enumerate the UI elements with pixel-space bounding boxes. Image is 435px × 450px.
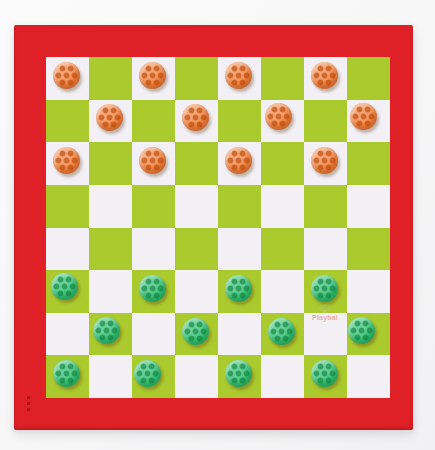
square-r2c5[interactable] <box>218 100 261 143</box>
square-r8c3[interactable] <box>132 355 175 398</box>
square-r3c1[interactable] <box>46 142 89 185</box>
green-piece[interactable] <box>139 275 166 302</box>
square-r7c2[interactable] <box>89 313 132 356</box>
green-piece[interactable] <box>311 275 338 302</box>
square-r1c6[interactable] <box>261 57 304 100</box>
square-r4c6[interactable] <box>261 185 304 228</box>
board-photo: Playbal <box>0 0 435 450</box>
square-r4c3[interactable] <box>132 185 175 228</box>
green-piece[interactable] <box>225 275 252 302</box>
square-r3c3[interactable] <box>132 142 175 185</box>
square-r1c8[interactable] <box>347 57 390 100</box>
orange-piece[interactable] <box>139 147 166 174</box>
square-r6c6[interactable] <box>261 270 304 313</box>
orange-piece[interactable] <box>350 103 377 130</box>
square-r1c1[interactable] <box>46 57 89 100</box>
square-r5c7[interactable] <box>304 228 347 271</box>
square-r4c5[interactable] <box>218 185 261 228</box>
square-r4c4[interactable] <box>175 185 218 228</box>
orange-piece[interactable] <box>225 147 252 174</box>
square-r1c7[interactable] <box>304 57 347 100</box>
square-r8c2[interactable] <box>89 355 132 398</box>
square-r5c2[interactable] <box>89 228 132 271</box>
board <box>46 57 390 398</box>
square-r3c7[interactable] <box>304 142 347 185</box>
square-r3c8[interactable] <box>347 142 390 185</box>
green-piece[interactable] <box>53 360 80 387</box>
green-piece[interactable] <box>93 317 120 344</box>
green-piece[interactable] <box>225 360 252 387</box>
square-r7c5[interactable] <box>218 313 261 356</box>
square-r7c3[interactable] <box>132 313 175 356</box>
square-r6c2[interactable] <box>89 270 132 313</box>
square-r7c6[interactable] <box>261 313 304 356</box>
orange-piece[interactable] <box>311 147 338 174</box>
square-r7c8[interactable] <box>347 313 390 356</box>
orange-piece[interactable] <box>53 147 80 174</box>
square-r1c4[interactable] <box>175 57 218 100</box>
square-r2c7[interactable] <box>304 100 347 143</box>
square-r6c5[interactable] <box>218 270 261 313</box>
square-r4c2[interactable] <box>89 185 132 228</box>
orange-piece[interactable] <box>265 103 292 130</box>
green-piece[interactable] <box>311 360 338 387</box>
square-r5c6[interactable] <box>261 228 304 271</box>
square-r2c6[interactable] <box>261 100 304 143</box>
square-r2c1[interactable] <box>46 100 89 143</box>
orange-piece[interactable] <box>139 62 166 89</box>
square-r6c8[interactable] <box>347 270 390 313</box>
square-r4c1[interactable] <box>46 185 89 228</box>
square-r3c5[interactable] <box>218 142 261 185</box>
square-r8c8[interactable] <box>347 355 390 398</box>
square-r3c2[interactable] <box>89 142 132 185</box>
square-r7c7[interactable] <box>304 313 347 356</box>
square-r2c3[interactable] <box>132 100 175 143</box>
square-r4c7[interactable] <box>304 185 347 228</box>
square-r5c3[interactable] <box>132 228 175 271</box>
square-r7c4[interactable] <box>175 313 218 356</box>
frame-blemish <box>27 396 30 412</box>
green-piece[interactable] <box>51 273 78 300</box>
orange-piece[interactable] <box>96 104 123 131</box>
square-r7c1[interactable] <box>46 313 89 356</box>
square-r6c1[interactable] <box>46 270 89 313</box>
square-r5c5[interactable] <box>218 228 261 271</box>
square-r6c7[interactable] <box>304 270 347 313</box>
orange-piece[interactable] <box>53 62 80 89</box>
square-r5c8[interactable] <box>347 228 390 271</box>
square-r6c4[interactable] <box>175 270 218 313</box>
square-r4c8[interactable] <box>347 185 390 228</box>
square-r2c4[interactable] <box>175 100 218 143</box>
square-r1c5[interactable] <box>218 57 261 100</box>
green-piece[interactable] <box>134 360 161 387</box>
square-r2c2[interactable] <box>89 100 132 143</box>
green-piece[interactable] <box>182 318 209 345</box>
square-r6c3[interactable] <box>132 270 175 313</box>
square-r8c1[interactable] <box>46 355 89 398</box>
green-piece[interactable] <box>348 317 375 344</box>
square-r1c2[interactable] <box>89 57 132 100</box>
square-r3c6[interactable] <box>261 142 304 185</box>
orange-piece[interactable] <box>225 62 252 89</box>
square-r8c5[interactable] <box>218 355 261 398</box>
square-r5c4[interactable] <box>175 228 218 271</box>
square-r2c8[interactable] <box>347 100 390 143</box>
orange-piece[interactable] <box>182 104 209 131</box>
square-r8c7[interactable] <box>304 355 347 398</box>
square-r8c4[interactable] <box>175 355 218 398</box>
square-r3c4[interactable] <box>175 142 218 185</box>
orange-piece[interactable] <box>311 62 338 89</box>
square-r1c3[interactable] <box>132 57 175 100</box>
square-r8c6[interactable] <box>261 355 304 398</box>
green-piece[interactable] <box>268 318 295 345</box>
square-r5c1[interactable] <box>46 228 89 271</box>
